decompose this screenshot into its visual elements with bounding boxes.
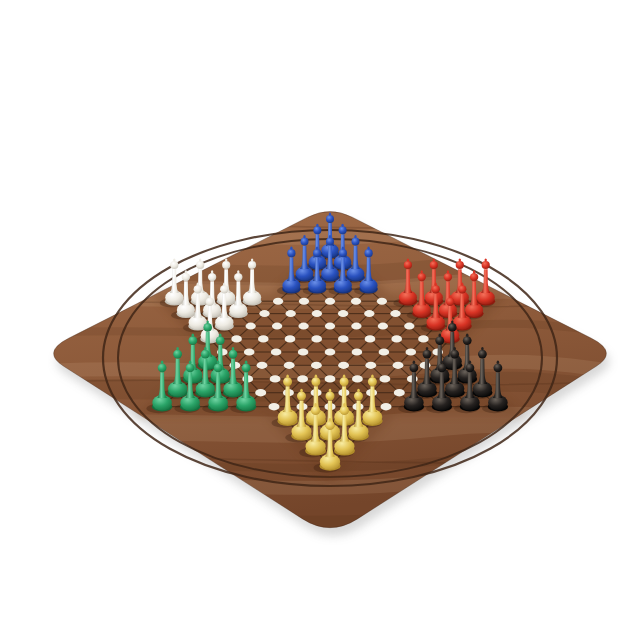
peg-tip [461, 283, 463, 286]
board-hole[interactable] [377, 298, 387, 305]
peg-tip [217, 361, 220, 365]
peg-head [158, 363, 167, 372]
peg-head [182, 273, 190, 281]
peg-head [444, 273, 452, 281]
peg-tip [315, 375, 318, 379]
peg-head [430, 261, 438, 269]
peg-head [352, 238, 360, 246]
peg-head [339, 226, 347, 234]
peg-head [206, 298, 214, 306]
peg-tip [343, 375, 346, 379]
peg-tip [447, 270, 449, 273]
peg-head [222, 261, 230, 269]
peg-tip [223, 283, 225, 286]
peg-tip [245, 361, 248, 365]
board-hole[interactable] [270, 375, 281, 382]
peg-tip [473, 270, 475, 273]
peg-tip [232, 347, 235, 351]
board-hole[interactable] [272, 323, 282, 330]
peg-tip [354, 235, 356, 238]
peg-tip [219, 334, 222, 337]
peg-tip [197, 283, 199, 286]
board-hole[interactable] [259, 310, 269, 317]
board-hole[interactable] [311, 335, 322, 342]
board-hole[interactable] [325, 375, 336, 382]
peg-tip [466, 334, 469, 337]
board-hole[interactable] [231, 335, 242, 342]
board-hole[interactable] [246, 323, 256, 330]
peg-head [194, 285, 202, 293]
peg-tip [371, 375, 374, 379]
peg-tip [459, 258, 461, 261]
board-hole[interactable] [269, 403, 280, 410]
board-hole[interactable] [312, 310, 322, 317]
peg-head [339, 249, 347, 257]
board-hole[interactable] [365, 335, 376, 342]
peg-head [220, 285, 228, 293]
peg-tip [451, 320, 453, 323]
peg-head [435, 336, 444, 345]
peg-head [326, 215, 334, 223]
peg-head [482, 261, 490, 269]
board-hole[interactable] [325, 323, 335, 330]
peg-head [340, 377, 349, 386]
peg-head [326, 238, 334, 246]
peg-head [354, 392, 363, 401]
peg-head [466, 363, 475, 372]
board-hole[interactable] [299, 298, 309, 305]
peg-tip [329, 418, 332, 422]
peg-head [297, 392, 306, 401]
peg-tip [189, 361, 192, 365]
board-hole[interactable] [258, 335, 269, 342]
peg-head [208, 273, 216, 281]
board-hole[interactable] [352, 348, 363, 355]
board-hole[interactable] [394, 389, 405, 396]
peg-head [418, 273, 426, 281]
peg-tip [367, 247, 369, 250]
peg-head [470, 273, 478, 281]
peg-head [410, 363, 419, 372]
peg-head [283, 377, 292, 386]
peg-tip [433, 258, 435, 261]
peg-head [404, 261, 412, 269]
board-hole[interactable] [285, 335, 296, 342]
peg-head [234, 273, 242, 281]
peg-tip [237, 270, 239, 273]
peg-head [326, 392, 335, 401]
peg-tip [329, 389, 332, 393]
peg-head [203, 323, 212, 332]
peg-tip [185, 270, 187, 273]
board-scene [0, 0, 640, 640]
board-hole[interactable] [380, 375, 391, 382]
peg-tip [343, 403, 346, 407]
peg-head [214, 363, 223, 372]
peg-head [423, 350, 432, 359]
board-hole[interactable] [273, 298, 283, 305]
peg-tip [426, 347, 429, 351]
peg-tip [251, 258, 253, 261]
peg-tip [316, 224, 318, 227]
peg-head [432, 285, 440, 293]
board-hole[interactable] [298, 323, 308, 330]
peg-head [311, 406, 320, 415]
board-hole[interactable] [381, 403, 392, 410]
peg-tip [497, 361, 500, 365]
board-hole[interactable] [338, 335, 349, 342]
peg-tip [204, 347, 207, 351]
peg-tip [439, 334, 442, 337]
board-hole[interactable] [271, 348, 282, 355]
peg-head [188, 336, 197, 345]
peg-tip [225, 258, 227, 261]
peg-head [494, 363, 503, 372]
board-hole[interactable] [325, 348, 336, 355]
peg-head [248, 261, 256, 269]
peg-tip [453, 347, 456, 351]
board-hole[interactable] [390, 310, 400, 317]
peg-tip [207, 320, 209, 323]
peg-tip [303, 235, 305, 238]
peg-head [201, 350, 210, 359]
peg-head [287, 249, 295, 257]
board-hole[interactable] [298, 348, 309, 355]
board-hole[interactable] [365, 362, 376, 369]
peg-tip [329, 235, 331, 238]
board-hole[interactable] [391, 335, 402, 342]
peg-head [173, 350, 182, 359]
peg-head [311, 377, 320, 386]
peg-tip [314, 403, 317, 407]
board-hole[interactable] [286, 310, 296, 317]
peg-head [186, 363, 195, 372]
peg-head [368, 377, 377, 386]
peg-tip [290, 247, 292, 250]
board-hole[interactable] [311, 362, 322, 369]
peg-tip [407, 258, 409, 261]
board-hole[interactable] [244, 348, 255, 355]
peg-tip [481, 347, 484, 351]
peg-tip [413, 361, 416, 365]
board-hole[interactable] [255, 389, 266, 396]
board-hole[interactable] [352, 375, 363, 382]
peg-head [458, 285, 466, 293]
peg-tip [485, 258, 487, 261]
peg-head [446, 298, 454, 306]
board-hole[interactable] [378, 323, 388, 330]
peg-head [448, 323, 457, 332]
board-hole[interactable] [284, 362, 295, 369]
peg-head [242, 363, 251, 372]
peg-tip [161, 361, 164, 365]
peg-tip [176, 347, 179, 351]
peg-tip [211, 270, 213, 273]
peg-head [325, 421, 334, 430]
peg-head [456, 261, 464, 269]
peg-head [170, 261, 178, 269]
board-hole[interactable] [338, 362, 349, 369]
peg-head [365, 249, 373, 257]
peg-head [196, 261, 204, 269]
peg-tip [449, 295, 451, 298]
peg-tip [329, 213, 331, 216]
peg-tip [300, 389, 303, 393]
chinese-checkers-photo [0, 0, 640, 640]
peg-tip [441, 361, 444, 365]
peg-head [313, 249, 321, 257]
peg-head [301, 238, 309, 246]
peg-tip [342, 247, 344, 250]
peg-tip [173, 258, 175, 261]
peg-head [463, 336, 472, 345]
board-hole[interactable] [351, 323, 361, 330]
board-hole[interactable] [297, 375, 308, 382]
peg-tip [316, 247, 318, 250]
peg-head [313, 226, 321, 234]
board-hole[interactable] [325, 298, 335, 305]
peg-head [438, 363, 447, 372]
peg-head [340, 406, 349, 415]
board-hole[interactable] [257, 362, 268, 369]
peg-tip [357, 389, 360, 393]
peg-tip [469, 361, 472, 365]
peg-head [229, 350, 238, 359]
peg-tip [192, 334, 195, 337]
peg-tip [435, 283, 437, 286]
peg-head [450, 350, 459, 359]
board-hole[interactable] [364, 310, 374, 317]
board-hole[interactable] [406, 348, 417, 355]
peg-tip [286, 375, 289, 379]
board-hole[interactable] [404, 323, 414, 330]
peg-tip [421, 270, 423, 273]
peg-tip [209, 295, 211, 298]
board-hole[interactable] [338, 310, 348, 317]
peg-head [216, 336, 225, 345]
board-hole[interactable] [393, 362, 404, 369]
board-hole[interactable] [379, 348, 390, 355]
peg-tip [341, 224, 343, 227]
board-hole[interactable] [418, 335, 429, 342]
peg-tip [199, 258, 201, 261]
board-hole[interactable] [351, 298, 361, 305]
peg-head [478, 350, 487, 359]
